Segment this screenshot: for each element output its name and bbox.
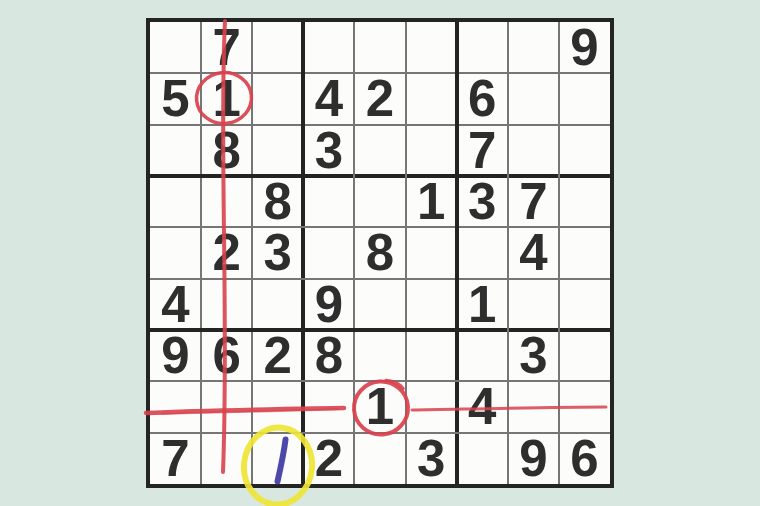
- cell-r5c4[interactable]: [303, 227, 354, 278]
- cell-r5c9[interactable]: [559, 227, 610, 278]
- cell-r3c6[interactable]: [406, 125, 457, 176]
- cell-r9c7[interactable]: [457, 433, 508, 484]
- cell-r4c7[interactable]: 3: [457, 176, 508, 227]
- cell-r8c1[interactable]: [150, 381, 201, 432]
- cell-r3c2[interactable]: 8: [201, 125, 252, 176]
- cell-r4c3[interactable]: 8: [252, 176, 303, 227]
- cell-r1c5[interactable]: [354, 22, 405, 73]
- cell-r6c2[interactable]: [201, 279, 252, 330]
- cell-r6c9[interactable]: [559, 279, 610, 330]
- cell-r7c7[interactable]: [457, 330, 508, 381]
- cell-r1c9[interactable]: 9: [559, 22, 610, 73]
- cell-r8c5[interactable]: 1: [354, 381, 405, 432]
- cell-r8c6[interactable]: [406, 381, 457, 432]
- cell-r5c6[interactable]: [406, 227, 457, 278]
- cell-r5c3[interactable]: 3: [252, 227, 303, 278]
- cell-r5c7[interactable]: [457, 227, 508, 278]
- cell-r7c2[interactable]: 6: [201, 330, 252, 381]
- cell-r9c5[interactable]: [354, 433, 405, 484]
- cell-r7c9[interactable]: [559, 330, 610, 381]
- cell-r9c2[interactable]: [201, 433, 252, 484]
- cells-grid: 795142683781372384491962831472396: [150, 22, 610, 484]
- cell-r6c6[interactable]: [406, 279, 457, 330]
- cell-r7c4[interactable]: 8: [303, 330, 354, 381]
- cell-r5c8[interactable]: 4: [508, 227, 559, 278]
- cell-r3c9[interactable]: [559, 125, 610, 176]
- cell-r9c8[interactable]: 9: [508, 433, 559, 484]
- cell-r2c5[interactable]: 2: [354, 73, 405, 124]
- cell-r9c3[interactable]: [252, 433, 303, 484]
- cell-r6c1[interactable]: 4: [150, 279, 201, 330]
- cell-r1c6[interactable]: [406, 22, 457, 73]
- cell-r1c2[interactable]: 7: [201, 22, 252, 73]
- cell-r8c3[interactable]: [252, 381, 303, 432]
- cell-r4c4[interactable]: [303, 176, 354, 227]
- cell-r6c5[interactable]: [354, 279, 405, 330]
- cell-r1c3[interactable]: [252, 22, 303, 73]
- cell-r2c9[interactable]: [559, 73, 610, 124]
- cell-r1c7[interactable]: [457, 22, 508, 73]
- cell-r4c5[interactable]: [354, 176, 405, 227]
- cell-r2c8[interactable]: [508, 73, 559, 124]
- cell-r8c8[interactable]: [508, 381, 559, 432]
- cell-r3c8[interactable]: [508, 125, 559, 176]
- sudoku-board: 795142683781372384491962831472396: [146, 18, 614, 488]
- cell-r9c9[interactable]: 6: [559, 433, 610, 484]
- cell-r1c4[interactable]: [303, 22, 354, 73]
- cell-r4c1[interactable]: [150, 176, 201, 227]
- cell-r9c4[interactable]: 2: [303, 433, 354, 484]
- cell-r2c4[interactable]: 4: [303, 73, 354, 124]
- cell-r2c6[interactable]: [406, 73, 457, 124]
- cell-r6c4[interactable]: 9: [303, 279, 354, 330]
- cell-r2c2[interactable]: 1: [201, 73, 252, 124]
- cell-r7c3[interactable]: 2: [252, 330, 303, 381]
- cell-r2c3[interactable]: [252, 73, 303, 124]
- cell-r5c5[interactable]: 8: [354, 227, 405, 278]
- cell-r5c1[interactable]: [150, 227, 201, 278]
- cell-r1c1[interactable]: [150, 22, 201, 73]
- sudoku-page: 795142683781372384491962831472396: [0, 0, 760, 506]
- cell-r8c4[interactable]: [303, 381, 354, 432]
- cell-r6c7[interactable]: 1: [457, 279, 508, 330]
- cell-r4c8[interactable]: 7: [508, 176, 559, 227]
- cell-r1c8[interactable]: [508, 22, 559, 73]
- cell-r3c5[interactable]: [354, 125, 405, 176]
- cell-r9c6[interactable]: 3: [406, 433, 457, 484]
- cell-r6c8[interactable]: [508, 279, 559, 330]
- cell-r4c9[interactable]: [559, 176, 610, 227]
- cell-r7c1[interactable]: 9: [150, 330, 201, 381]
- cell-r3c7[interactable]: 7: [457, 125, 508, 176]
- cell-r4c2[interactable]: [201, 176, 252, 227]
- cell-r3c4[interactable]: 3: [303, 125, 354, 176]
- cell-r4c6[interactable]: 1: [406, 176, 457, 227]
- cell-r2c7[interactable]: 6: [457, 73, 508, 124]
- cell-r9c1[interactable]: 7: [150, 433, 201, 484]
- cell-r6c3[interactable]: [252, 279, 303, 330]
- cell-r8c9[interactable]: [559, 381, 610, 432]
- cell-r7c8[interactable]: 3: [508, 330, 559, 381]
- cell-r5c2[interactable]: 2: [201, 227, 252, 278]
- cell-r2c1[interactable]: 5: [150, 73, 201, 124]
- cell-r7c6[interactable]: [406, 330, 457, 381]
- cell-r7c5[interactable]: [354, 330, 405, 381]
- cell-r8c7[interactable]: 4: [457, 381, 508, 432]
- cell-r8c2[interactable]: [201, 381, 252, 432]
- cell-r3c1[interactable]: [150, 125, 201, 176]
- cell-r3c3[interactable]: [252, 125, 303, 176]
